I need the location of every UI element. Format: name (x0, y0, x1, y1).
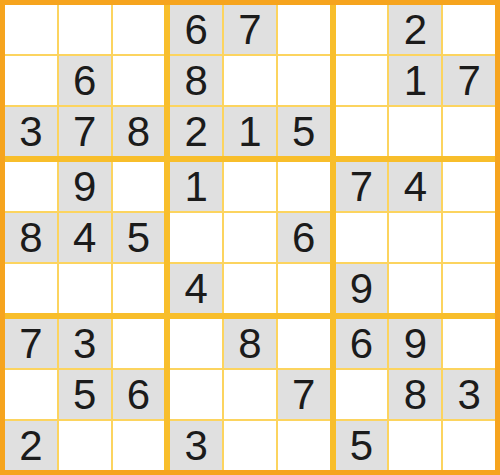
cell-r4c6[interactable] (278, 162, 330, 211)
cell-r9c9[interactable] (443, 421, 495, 470)
cell-digit: 6 (292, 217, 315, 259)
cell-r3c9[interactable] (443, 107, 495, 156)
cell-r4c9[interactable] (443, 162, 495, 211)
cell-r3c7[interactable] (336, 107, 388, 156)
cell-digit: 6 (185, 9, 208, 51)
cell-r7c5: 8 (224, 319, 276, 368)
cell-r2c4: 8 (170, 56, 222, 105)
cell-r9c4: 3 (170, 421, 222, 470)
cell-digit: 5 (350, 425, 373, 467)
cell-digit: 3 (185, 425, 208, 467)
cell-digit: 7 (238, 9, 261, 51)
cell-r1c5: 7 (224, 5, 276, 54)
cell-r6c1[interactable] (5, 264, 57, 313)
cell-r3c3: 8 (113, 107, 165, 156)
cell-r4c1[interactable] (5, 162, 57, 211)
cell-digit: 5 (73, 374, 96, 416)
cell-digit: 3 (19, 111, 42, 153)
cell-r7c8: 9 (389, 319, 441, 368)
cell-r2c5[interactable] (224, 56, 276, 105)
cell-r9c7: 5 (336, 421, 388, 470)
cell-r2c8: 1 (389, 56, 441, 105)
cell-digit: 6 (73, 60, 96, 102)
cell-r9c2[interactable] (59, 421, 111, 470)
cell-r4c4: 1 (170, 162, 222, 211)
cell-digit: 1 (238, 111, 261, 153)
cell-r8c3: 6 (113, 370, 165, 419)
cell-r2c3[interactable] (113, 56, 165, 105)
cell-digit: 3 (457, 374, 480, 416)
cell-r5c5[interactable] (224, 213, 276, 262)
cell-r3c4: 2 (170, 107, 222, 156)
cell-digit: 3 (73, 323, 96, 365)
box-1-1: 6378 (5, 5, 164, 156)
cell-digit: 5 (127, 217, 150, 259)
cell-r1c4: 6 (170, 5, 222, 54)
cell-r1c7[interactable] (336, 5, 388, 54)
cell-r1c8: 2 (389, 5, 441, 54)
cell-r8c7[interactable] (336, 370, 388, 419)
cell-r5c2: 4 (59, 213, 111, 262)
box-2-3: 749 (336, 162, 495, 313)
cell-r6c7: 9 (336, 264, 388, 313)
cell-r2c9: 7 (443, 56, 495, 105)
cell-r4c8: 4 (389, 162, 441, 211)
cell-digit: 7 (73, 111, 96, 153)
cell-digit: 4 (73, 217, 96, 259)
cell-r5c7[interactable] (336, 213, 388, 262)
cell-digit: 8 (127, 111, 150, 153)
cell-digit: 2 (19, 425, 42, 467)
cell-r3c5: 1 (224, 107, 276, 156)
cell-r5c3: 5 (113, 213, 165, 262)
box-1-2: 678215 (170, 5, 329, 156)
cell-r8c8: 8 (389, 370, 441, 419)
cell-r7c1: 7 (5, 319, 57, 368)
cell-r8c2: 5 (59, 370, 111, 419)
cell-r3c1: 3 (5, 107, 57, 156)
cell-digit: 8 (238, 323, 261, 365)
cell-r9c1: 2 (5, 421, 57, 470)
cell-r7c3[interactable] (113, 319, 165, 368)
cell-r8c1[interactable] (5, 370, 57, 419)
cell-digit: 6 (127, 374, 150, 416)
cell-r9c3[interactable] (113, 421, 165, 470)
box-3-2: 873 (170, 319, 329, 470)
cell-digit: 1 (185, 166, 208, 208)
cell-digit: 4 (404, 166, 427, 208)
cell-digit: 2 (404, 9, 427, 51)
cell-r1c6[interactable] (278, 5, 330, 54)
cell-r1c9[interactable] (443, 5, 495, 54)
cell-digit: 7 (19, 323, 42, 365)
cell-r5c8[interactable] (389, 213, 441, 262)
cell-digit: 2 (185, 111, 208, 153)
cell-r9c5[interactable] (224, 421, 276, 470)
cell-r7c9[interactable] (443, 319, 495, 368)
sudoku-board-grid: 637867821521798451647497356287369835 (5, 5, 495, 470)
cell-r5c6: 6 (278, 213, 330, 262)
cell-digit: 1 (404, 60, 427, 102)
cell-r2c6[interactable] (278, 56, 330, 105)
cell-r4c3[interactable] (113, 162, 165, 211)
cell-r6c8[interactable] (389, 264, 441, 313)
cell-r9c6[interactable] (278, 421, 330, 470)
cell-r7c4[interactable] (170, 319, 222, 368)
cell-digit: 7 (457, 60, 480, 102)
cell-digit: 8 (185, 60, 208, 102)
cell-r4c2: 9 (59, 162, 111, 211)
box-2-2: 164 (170, 162, 329, 313)
cell-r5c9[interactable] (443, 213, 495, 262)
cell-r4c7: 7 (336, 162, 388, 211)
sudoku-board: 637867821521798451647497356287369835 (0, 0, 500, 475)
cell-r7c7: 6 (336, 319, 388, 368)
cell-r5c4[interactable] (170, 213, 222, 262)
cell-r3c8[interactable] (389, 107, 441, 156)
cell-digit: 5 (292, 111, 315, 153)
cell-r2c7[interactable] (336, 56, 388, 105)
box-3-1: 73562 (5, 319, 164, 470)
cell-digit: 8 (404, 374, 427, 416)
box-2-1: 9845 (5, 162, 164, 313)
cell-r5c1: 8 (5, 213, 57, 262)
cell-digit: 9 (73, 166, 96, 208)
cell-r4c5[interactable] (224, 162, 276, 211)
cell-r8c9: 3 (443, 370, 495, 419)
cell-digit: 9 (404, 323, 427, 365)
cell-digit: 4 (185, 268, 208, 310)
cell-r3c2: 7 (59, 107, 111, 156)
cell-r6c4: 4 (170, 264, 222, 313)
cell-digit: 8 (19, 217, 42, 259)
cell-r3c6: 5 (278, 107, 330, 156)
cell-r7c2: 3 (59, 319, 111, 368)
cell-digit: 7 (292, 374, 315, 416)
cell-r1c3[interactable] (113, 5, 165, 54)
cell-r6c3[interactable] (113, 264, 165, 313)
cell-r6c6[interactable] (278, 264, 330, 313)
cell-digit: 7 (350, 166, 373, 208)
cell-r6c2[interactable] (59, 264, 111, 313)
cell-r6c5[interactable] (224, 264, 276, 313)
box-1-3: 217 (336, 5, 495, 156)
cell-r7c6[interactable] (278, 319, 330, 368)
cell-digit: 6 (350, 323, 373, 365)
cell-r2c2: 6 (59, 56, 111, 105)
cell-r6c9[interactable] (443, 264, 495, 313)
cell-digit: 9 (350, 268, 373, 310)
cell-r8c5[interactable] (224, 370, 276, 419)
cell-r8c4[interactable] (170, 370, 222, 419)
box-3-3: 69835 (336, 319, 495, 470)
cell-r1c2[interactable] (59, 5, 111, 54)
cell-r2c1[interactable] (5, 56, 57, 105)
cell-r1c1[interactable] (5, 5, 57, 54)
cell-r9c8[interactable] (389, 421, 441, 470)
cell-r8c6: 7 (278, 370, 330, 419)
